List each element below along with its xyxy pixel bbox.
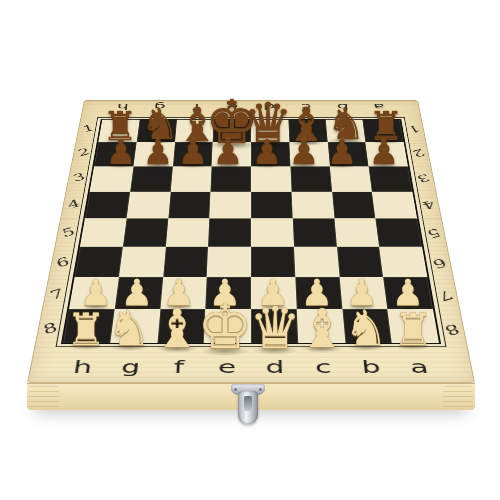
piece-light-rook-a8[interactable]: ♜	[393, 307, 433, 352]
square-g5[interactable]	[123, 218, 168, 246]
piece-dark-pawn-d2[interactable]: ♟	[252, 135, 282, 169]
piece-light-bishop-c8[interactable]: ♝	[298, 302, 346, 355]
piece-light-king-e8[interactable]: ♚	[197, 296, 253, 358]
product-photo-stage: hgfedcba hgfedcba 12345678 12345678 ♜♞♝♚…	[0, 0, 500, 500]
piece-dark-pawn-f2[interactable]: ♟	[178, 135, 208, 169]
square-f5[interactable]	[165, 218, 209, 246]
latch-screw-icon	[234, 388, 237, 391]
piece-dark-pawn-h2[interactable]: ♟	[106, 135, 136, 169]
square-c4[interactable]	[291, 192, 334, 219]
latch-clasp[interactable]	[230, 383, 266, 431]
piece-light-rook-h8[interactable]: ♜	[66, 307, 106, 352]
square-b4[interactable]	[332, 192, 376, 219]
piece-light-knight-b8[interactable]: ♞	[344, 304, 388, 353]
file-label-h: h	[57, 359, 108, 376]
file-label-f: f	[154, 359, 203, 376]
square-c5[interactable]	[293, 218, 337, 246]
file-label-g: g	[106, 359, 156, 376]
latch-slot	[244, 396, 252, 411]
file-label-b: b	[346, 359, 396, 376]
square-g4[interactable]	[126, 192, 170, 219]
piece-dark-pawn-b2[interactable]: ♟	[327, 135, 357, 169]
square-b5[interactable]	[334, 218, 379, 246]
piece-light-knight-g8[interactable]: ♞	[107, 304, 151, 353]
square-e5[interactable]	[208, 218, 251, 246]
square-d5[interactable]	[251, 218, 294, 246]
piece-dark-pawn-g2[interactable]: ♟	[143, 135, 173, 169]
piece-light-bishop-f8[interactable]: ♝	[153, 302, 201, 355]
wood-grain	[443, 386, 473, 409]
square-f4[interactable]	[168, 192, 211, 219]
file-label-a: a	[394, 359, 445, 376]
piece-light-queen-d8[interactable]: ♛	[249, 299, 301, 357]
square-d4[interactable]	[251, 192, 293, 219]
file-label-c: c	[299, 359, 348, 376]
square-e4[interactable]	[209, 192, 251, 219]
piece-dark-pawn-a2[interactable]: ♟	[369, 135, 399, 169]
piece-dark-pawn-e2[interactable]: ♟	[213, 135, 243, 169]
latch-screw-icon	[259, 388, 262, 391]
piece-dark-pawn-c2[interactable]: ♟	[289, 135, 319, 169]
wood-grain	[29, 386, 59, 409]
